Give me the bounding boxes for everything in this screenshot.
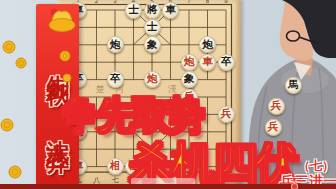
gold-ingot-base: [49, 19, 75, 32]
bottom-bar: [0, 184, 336, 189]
move-number-label: （七）: [298, 160, 334, 172]
gold-coins: [1, 41, 71, 178]
bottom-bar-logo-icon: [291, 183, 298, 189]
coin-inner-rings: [4, 44, 68, 175]
video-thumbnail: 楚 河 漢 界 123456789九八七六五四三二一 車士將車士炮象炮炮車卒卒卒…: [0, 0, 336, 189]
slogan-line1: 争先取势: [62, 96, 202, 134]
